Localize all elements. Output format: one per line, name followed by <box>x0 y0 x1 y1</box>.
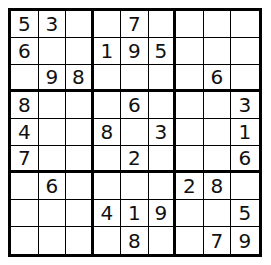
cell-r6c6[interactable] <box>149 146 177 173</box>
cell-r3c5[interactable] <box>121 65 149 92</box>
cell-r1c7[interactable] <box>176 11 204 38</box>
cell-r1c3[interactable] <box>66 11 94 38</box>
cell-r4c3[interactable] <box>66 92 94 119</box>
cell-r2c2[interactable] <box>39 38 67 65</box>
sudoku-board: 537619598686348317266284195879 <box>8 8 262 257</box>
cell-r6c4[interactable] <box>94 146 122 173</box>
cell-r6c2[interactable] <box>39 146 67 173</box>
cell-r4c4[interactable] <box>94 92 122 119</box>
cell-r2c6[interactable]: 5 <box>149 38 177 65</box>
cell-r5c8[interactable] <box>204 119 232 146</box>
cell-r5c7[interactable] <box>176 119 204 146</box>
cell-r9c8[interactable]: 7 <box>204 227 232 254</box>
cell-r1c1[interactable]: 5 <box>11 11 39 38</box>
cell-r7c3[interactable] <box>66 173 94 200</box>
cell-r6c7[interactable] <box>176 146 204 173</box>
cell-r7c2[interactable]: 6 <box>39 173 67 200</box>
cell-r2c3[interactable] <box>66 38 94 65</box>
cell-r4c1[interactable]: 8 <box>11 92 39 119</box>
cell-r5c2[interactable] <box>39 119 67 146</box>
cell-r5c1[interactable]: 4 <box>11 119 39 146</box>
cell-r8c7[interactable] <box>176 200 204 227</box>
cell-r8c5[interactable]: 1 <box>121 200 149 227</box>
cell-r9c9[interactable]: 9 <box>231 227 259 254</box>
cell-r3c4[interactable] <box>94 65 122 92</box>
cell-r9c6[interactable] <box>149 227 177 254</box>
cell-r8c4[interactable]: 4 <box>94 200 122 227</box>
cell-r7c6[interactable] <box>149 173 177 200</box>
cell-r4c5[interactable]: 6 <box>121 92 149 119</box>
cell-r5c5[interactable] <box>121 119 149 146</box>
cell-r3c6[interactable] <box>149 65 177 92</box>
cell-r5c6[interactable]: 3 <box>149 119 177 146</box>
cell-r1c6[interactable] <box>149 11 177 38</box>
cell-r2c8[interactable] <box>204 38 232 65</box>
cell-r2c9[interactable] <box>231 38 259 65</box>
cell-r8c1[interactable] <box>11 200 39 227</box>
cell-r1c8[interactable] <box>204 11 232 38</box>
cell-r1c9[interactable] <box>231 11 259 38</box>
cell-r5c4[interactable]: 8 <box>94 119 122 146</box>
cell-r3c1[interactable] <box>11 65 39 92</box>
cell-r7c5[interactable] <box>121 173 149 200</box>
cell-r7c8[interactable]: 8 <box>204 173 232 200</box>
cell-r5c3[interactable] <box>66 119 94 146</box>
cell-r9c3[interactable] <box>66 227 94 254</box>
cell-r1c2[interactable]: 3 <box>39 11 67 38</box>
cell-r8c3[interactable] <box>66 200 94 227</box>
cell-r1c5[interactable]: 7 <box>121 11 149 38</box>
cell-r6c5[interactable]: 2 <box>121 146 149 173</box>
cell-r2c5[interactable]: 9 <box>121 38 149 65</box>
cell-r4c9[interactable]: 3 <box>231 92 259 119</box>
cell-r8c6[interactable]: 9 <box>149 200 177 227</box>
cell-r8c2[interactable] <box>39 200 67 227</box>
cell-r6c9[interactable]: 6 <box>231 146 259 173</box>
cell-r3c2[interactable]: 9 <box>39 65 67 92</box>
cell-r4c8[interactable] <box>204 92 232 119</box>
cell-r1c4[interactable] <box>94 11 122 38</box>
cell-r6c1[interactable]: 7 <box>11 146 39 173</box>
cell-r3c7[interactable] <box>176 65 204 92</box>
cell-r5c9[interactable]: 1 <box>231 119 259 146</box>
cell-r3c8[interactable]: 6 <box>204 65 232 92</box>
cell-r2c1[interactable]: 6 <box>11 38 39 65</box>
cell-r7c7[interactable]: 2 <box>176 173 204 200</box>
cell-r2c4[interactable]: 1 <box>94 38 122 65</box>
cell-r3c3[interactable]: 8 <box>66 65 94 92</box>
cell-r2c7[interactable] <box>176 38 204 65</box>
cell-r9c4[interactable] <box>94 227 122 254</box>
cell-r9c7[interactable] <box>176 227 204 254</box>
cell-r3c9[interactable] <box>231 65 259 92</box>
cell-r8c8[interactable] <box>204 200 232 227</box>
cell-r9c2[interactable] <box>39 227 67 254</box>
cell-r6c3[interactable] <box>66 146 94 173</box>
cell-r8c9[interactable]: 5 <box>231 200 259 227</box>
cell-r4c7[interactable] <box>176 92 204 119</box>
cell-r4c6[interactable] <box>149 92 177 119</box>
cell-r7c9[interactable] <box>231 173 259 200</box>
cell-r9c1[interactable] <box>11 227 39 254</box>
cell-r4c2[interactable] <box>39 92 67 119</box>
cell-r7c4[interactable] <box>94 173 122 200</box>
cell-r6c8[interactable] <box>204 146 232 173</box>
cell-r7c1[interactable] <box>11 173 39 200</box>
cell-r9c5[interactable]: 8 <box>121 227 149 254</box>
